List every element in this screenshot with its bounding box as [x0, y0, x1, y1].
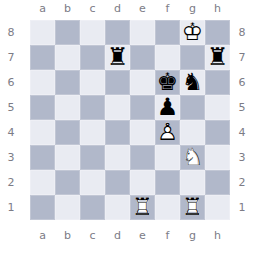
square-h7[interactable]: ♜ — [205, 45, 230, 70]
piece-outline: ♙ — [155, 120, 180, 145]
square-a6[interactable] — [30, 70, 55, 95]
white-pawn[interactable]: ♟♙ — [155, 120, 180, 145]
square-g5[interactable] — [180, 95, 205, 120]
square-e5[interactable] — [130, 95, 155, 120]
square-c8[interactable] — [80, 20, 105, 45]
square-g1[interactable]: ♜♖ — [180, 195, 205, 220]
square-e7[interactable] — [130, 45, 155, 70]
square-h5[interactable] — [205, 95, 230, 120]
square-g4[interactable] — [180, 120, 205, 145]
square-d8[interactable] — [105, 20, 130, 45]
file-label-a: a — [30, 228, 55, 244]
square-f1[interactable] — [155, 195, 180, 220]
file-label-h: h — [205, 228, 230, 244]
white-rook[interactable]: ♜♖ — [130, 195, 155, 220]
square-e8[interactable] — [130, 20, 155, 45]
white-rook[interactable]: ♜♖ — [180, 195, 205, 220]
square-d3[interactable] — [105, 145, 130, 170]
file-label-b: b — [55, 1, 80, 17]
black-rook[interactable]: ♜ — [205, 45, 230, 70]
square-f6[interactable]: ♚ — [155, 70, 180, 95]
file-label-h: h — [205, 1, 230, 17]
square-d5[interactable] — [105, 95, 130, 120]
square-d1[interactable] — [105, 195, 130, 220]
file-label-e: e — [130, 228, 155, 244]
rank-label-5: 5 — [2, 95, 20, 120]
square-h4[interactable] — [205, 120, 230, 145]
rank-label-5: 5 — [233, 95, 251, 120]
square-g7[interactable] — [180, 45, 205, 70]
square-c5[interactable] — [80, 95, 105, 120]
square-d2[interactable] — [105, 170, 130, 195]
square-a4[interactable] — [30, 120, 55, 145]
rank-label-8: 8 — [2, 20, 20, 45]
rank-label-3: 3 — [2, 145, 20, 170]
black-pawn[interactable]: ♟ — [155, 95, 180, 120]
rank-labels-left: 87654321 — [2, 20, 20, 220]
square-b7[interactable] — [55, 45, 80, 70]
square-d6[interactable] — [105, 70, 130, 95]
white-king[interactable]: ♚♔ — [180, 20, 205, 45]
square-b5[interactable] — [55, 95, 80, 120]
rank-label-4: 4 — [233, 120, 251, 145]
square-d4[interactable] — [105, 120, 130, 145]
file-label-d: d — [105, 1, 130, 17]
square-a7[interactable] — [30, 45, 55, 70]
file-label-g: g — [180, 1, 205, 17]
square-c6[interactable] — [80, 70, 105, 95]
square-c7[interactable] — [80, 45, 105, 70]
square-b4[interactable] — [55, 120, 80, 145]
square-b3[interactable] — [55, 145, 80, 170]
chess-diagram: abcdefgh 87654321 87654321 ♚♔♜♜♚♞♟♟♙♞♘♜♖… — [0, 0, 264, 258]
square-h1[interactable] — [205, 195, 230, 220]
piece-outline: ♔ — [180, 20, 205, 45]
file-label-b: b — [55, 228, 80, 244]
file-label-f: f — [155, 228, 180, 244]
black-king[interactable]: ♚ — [155, 70, 180, 95]
rank-labels-right: 87654321 — [233, 20, 251, 220]
square-b8[interactable] — [55, 20, 80, 45]
file-label-c: c — [80, 228, 105, 244]
square-f2[interactable] — [155, 170, 180, 195]
square-e4[interactable] — [130, 120, 155, 145]
piece-outline: ♘ — [180, 145, 205, 170]
rank-label-8: 8 — [233, 20, 251, 45]
file-label-d: d — [105, 228, 130, 244]
rank-label-2: 2 — [233, 170, 251, 195]
rank-label-2: 2 — [2, 170, 20, 195]
square-g3[interactable]: ♞♘ — [180, 145, 205, 170]
square-c1[interactable] — [80, 195, 105, 220]
file-labels-top: abcdefgh — [30, 1, 230, 17]
square-e1[interactable]: ♜♖ — [130, 195, 155, 220]
file-label-e: e — [130, 1, 155, 17]
file-label-a: a — [30, 1, 55, 17]
square-c2[interactable] — [80, 170, 105, 195]
square-c3[interactable] — [80, 145, 105, 170]
rank-label-6: 6 — [233, 70, 251, 95]
square-a8[interactable] — [30, 20, 55, 45]
square-a2[interactable] — [30, 170, 55, 195]
square-h3[interactable] — [205, 145, 230, 170]
rank-label-1: 1 — [233, 195, 251, 220]
square-f7[interactable] — [155, 45, 180, 70]
square-g2[interactable] — [180, 170, 205, 195]
file-label-g: g — [180, 228, 205, 244]
square-b6[interactable] — [55, 70, 80, 95]
square-g6[interactable]: ♞ — [180, 70, 205, 95]
square-h8[interactable] — [205, 20, 230, 45]
white-knight[interactable]: ♞♘ — [180, 145, 205, 170]
square-f8[interactable] — [155, 20, 180, 45]
square-e2[interactable] — [130, 170, 155, 195]
file-label-c: c — [80, 1, 105, 17]
square-f5[interactable]: ♟ — [155, 95, 180, 120]
rank-label-7: 7 — [233, 45, 251, 70]
file-labels-bottom: abcdefgh — [30, 228, 230, 244]
square-h6[interactable] — [205, 70, 230, 95]
square-a3[interactable] — [30, 145, 55, 170]
rank-label-7: 7 — [2, 45, 20, 70]
piece-outline: ♖ — [130, 195, 155, 220]
square-e3[interactable] — [130, 145, 155, 170]
square-b2[interactable] — [55, 170, 80, 195]
black-rook[interactable]: ♜ — [105, 45, 130, 70]
rank-label-6: 6 — [2, 70, 20, 95]
black-knight[interactable]: ♞ — [180, 70, 205, 95]
rank-label-4: 4 — [2, 120, 20, 145]
square-a1[interactable] — [30, 195, 55, 220]
file-label-f: f — [155, 1, 180, 17]
rank-label-3: 3 — [233, 145, 251, 170]
square-b1[interactable] — [55, 195, 80, 220]
chess-board: ♚♔♜♜♚♞♟♟♙♞♘♜♖♜♖ — [30, 20, 230, 220]
rank-label-1: 1 — [2, 195, 20, 220]
square-e6[interactable] — [130, 70, 155, 95]
square-f3[interactable] — [155, 145, 180, 170]
square-d7[interactable]: ♜ — [105, 45, 130, 70]
square-f4[interactable]: ♟♙ — [155, 120, 180, 145]
square-h2[interactable] — [205, 170, 230, 195]
square-a5[interactable] — [30, 95, 55, 120]
square-g8[interactable]: ♚♔ — [180, 20, 205, 45]
square-c4[interactable] — [80, 120, 105, 145]
piece-outline: ♖ — [180, 195, 205, 220]
